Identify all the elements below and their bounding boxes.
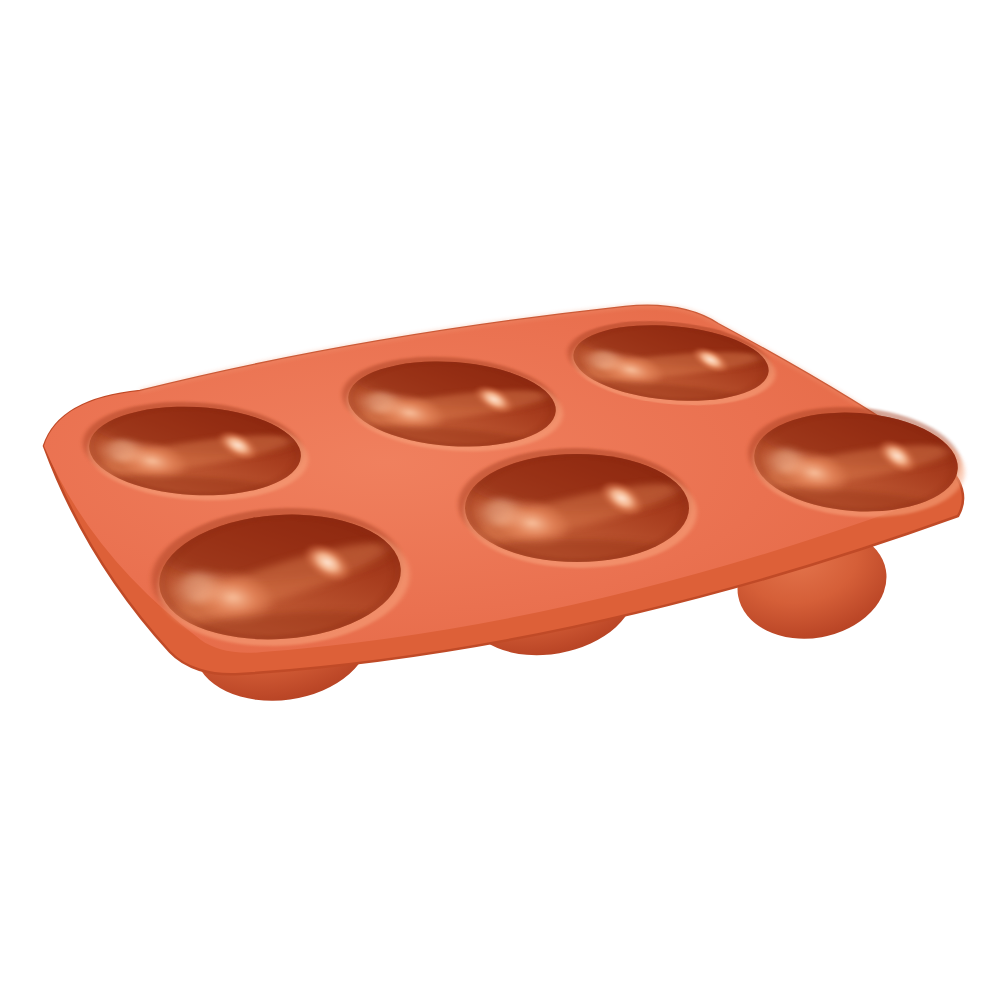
product-photo: [0, 0, 1001, 1001]
muffin-pan-illustration: [0, 0, 1001, 1001]
